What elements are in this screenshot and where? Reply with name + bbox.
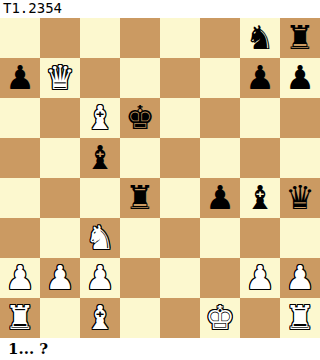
square-h6[interactable]: [280, 98, 320, 138]
square-h7[interactable]: ♟: [280, 58, 320, 98]
square-c1[interactable]: ♝: [80, 298, 120, 338]
square-a4[interactable]: [0, 178, 40, 218]
square-e7[interactable]: [160, 58, 200, 98]
square-f2[interactable]: [200, 258, 240, 298]
puzzle-id-label: T1.2354: [0, 0, 320, 18]
square-f3[interactable]: [200, 218, 240, 258]
square-f4[interactable]: ♟: [200, 178, 240, 218]
square-g4[interactable]: ♝: [240, 178, 280, 218]
square-c2[interactable]: ♟: [80, 258, 120, 298]
square-e5[interactable]: [160, 138, 200, 178]
square-f7[interactable]: [200, 58, 240, 98]
white-pawn-icon-c2[interactable]: ♟: [80, 258, 120, 298]
square-c4[interactable]: [80, 178, 120, 218]
black-rook-icon-d4[interactable]: ♜: [120, 178, 160, 218]
square-h5[interactable]: [280, 138, 320, 178]
white-rook-icon-h1[interactable]: ♜: [280, 298, 320, 338]
move-prompt-label: 1... ?: [0, 338, 320, 360]
white-king-icon-f1[interactable]: ♚: [200, 298, 240, 338]
square-b4[interactable]: [40, 178, 80, 218]
square-b2[interactable]: ♟: [40, 258, 80, 298]
square-g6[interactable]: [240, 98, 280, 138]
square-b8[interactable]: [40, 18, 80, 58]
black-bishop-icon-c5[interactable]: ♝: [80, 138, 120, 178]
black-pawn-icon-h7[interactable]: ♟: [280, 58, 320, 98]
white-pawn-icon-a2[interactable]: ♟: [0, 258, 40, 298]
square-g3[interactable]: [240, 218, 280, 258]
white-pawn-icon-b2[interactable]: ♟: [40, 258, 80, 298]
square-h2[interactable]: ♟: [280, 258, 320, 298]
square-g7[interactable]: ♟: [240, 58, 280, 98]
square-d3[interactable]: [120, 218, 160, 258]
chess-puzzle-window: T1.2354 ♞♜♟♛♟♟♝♚♝♜♟♝♛♞♟♟♟♟♟♜♝♚♜ 1... ?: [0, 0, 320, 360]
square-e3[interactable]: [160, 218, 200, 258]
white-queen-icon-b7[interactable]: ♛: [40, 58, 80, 98]
square-d8[interactable]: [120, 18, 160, 58]
square-c6[interactable]: ♝: [80, 98, 120, 138]
square-h1[interactable]: ♜: [280, 298, 320, 338]
black-pawn-icon-a7[interactable]: ♟: [0, 58, 40, 98]
square-d7[interactable]: [120, 58, 160, 98]
square-h4[interactable]: ♛: [280, 178, 320, 218]
black-pawn-icon-g7[interactable]: ♟: [240, 58, 280, 98]
chess-board: ♞♜♟♛♟♟♝♚♝♜♟♝♛♞♟♟♟♟♟♜♝♚♜: [0, 18, 320, 338]
square-a8[interactable]: [0, 18, 40, 58]
black-rook-icon-h8[interactable]: ♜: [280, 18, 320, 58]
square-e1[interactable]: [160, 298, 200, 338]
square-a3[interactable]: [0, 218, 40, 258]
square-g2[interactable]: ♟: [240, 258, 280, 298]
square-g5[interactable]: [240, 138, 280, 178]
square-e8[interactable]: [160, 18, 200, 58]
square-h8[interactable]: ♜: [280, 18, 320, 58]
square-d5[interactable]: [120, 138, 160, 178]
white-knight-icon-c3[interactable]: ♞: [80, 218, 120, 258]
white-pawn-icon-h2[interactable]: ♟: [280, 258, 320, 298]
black-bishop-icon-g4[interactable]: ♝: [240, 178, 280, 218]
square-b6[interactable]: [40, 98, 80, 138]
black-knight-icon-g8[interactable]: ♞: [240, 18, 280, 58]
square-b3[interactable]: [40, 218, 80, 258]
square-e6[interactable]: [160, 98, 200, 138]
square-f1[interactable]: ♚: [200, 298, 240, 338]
white-bishop-icon-c1[interactable]: ♝: [80, 298, 120, 338]
white-bishop-icon-c6[interactable]: ♝: [80, 98, 120, 138]
square-c7[interactable]: [80, 58, 120, 98]
square-a7[interactable]: ♟: [0, 58, 40, 98]
square-c8[interactable]: [80, 18, 120, 58]
square-e2[interactable]: [160, 258, 200, 298]
square-a1[interactable]: ♜: [0, 298, 40, 338]
square-g8[interactable]: ♞: [240, 18, 280, 58]
square-c5[interactable]: ♝: [80, 138, 120, 178]
square-f8[interactable]: [200, 18, 240, 58]
square-d2[interactable]: [120, 258, 160, 298]
square-d4[interactable]: ♜: [120, 178, 160, 218]
square-a6[interactable]: [0, 98, 40, 138]
square-c3[interactable]: ♞: [80, 218, 120, 258]
black-pawn-icon-f4[interactable]: ♟: [200, 178, 240, 218]
square-d1[interactable]: [120, 298, 160, 338]
square-b5[interactable]: [40, 138, 80, 178]
square-a5[interactable]: [0, 138, 40, 178]
square-b7[interactable]: ♛: [40, 58, 80, 98]
square-e4[interactable]: [160, 178, 200, 218]
black-king-icon-d6[interactable]: ♚: [120, 98, 160, 138]
square-f5[interactable]: [200, 138, 240, 178]
white-rook-icon-a1[interactable]: ♜: [0, 298, 40, 338]
square-h3[interactable]: [280, 218, 320, 258]
square-b1[interactable]: [40, 298, 80, 338]
square-d6[interactable]: ♚: [120, 98, 160, 138]
black-queen-icon-h4[interactable]: ♛: [280, 178, 320, 218]
square-a2[interactable]: ♟: [0, 258, 40, 298]
square-f6[interactable]: [200, 98, 240, 138]
white-pawn-icon-g2[interactable]: ♟: [240, 258, 280, 298]
square-g1[interactable]: [240, 298, 280, 338]
